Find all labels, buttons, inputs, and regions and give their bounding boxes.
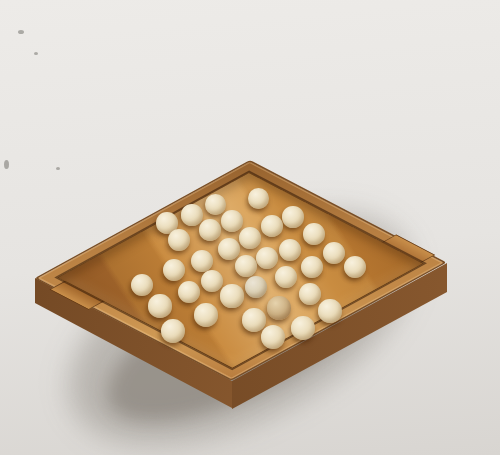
- peg-ball-c3r1[interactable]: [199, 219, 221, 241]
- peg-ball-c3r5[interactable]: [267, 296, 290, 319]
- photo-background: [0, 0, 500, 455]
- peg-ball-spare-top-corner[interactable]: [248, 188, 269, 209]
- peg-ball-c4r3[interactable]: [256, 247, 278, 269]
- peg-ball-c6r3[interactable]: [303, 223, 325, 245]
- peg-ball-c4r0[interactable]: [205, 194, 226, 215]
- photo-speck: [34, 52, 38, 55]
- peg-ball-c2r2[interactable]: [191, 250, 213, 272]
- peg-ball-c5r3[interactable]: [279, 239, 301, 261]
- peg-ball-c4r1[interactable]: [221, 210, 242, 231]
- peg-ball-c1r4[interactable]: [194, 303, 217, 326]
- peg-ball-c3r0[interactable]: [181, 204, 202, 225]
- peg-ball-c3r2[interactable]: [218, 238, 240, 260]
- peg-ball-c4r6[interactable]: [318, 299, 341, 322]
- peg-ball-c2r5[interactable]: [242, 308, 266, 332]
- peg-ball-c6r2[interactable]: [282, 206, 303, 227]
- peg-ball-c0r3[interactable]: [148, 294, 171, 317]
- peg-ball-c2r1[interactable]: [168, 229, 190, 251]
- photo-speck: [56, 167, 60, 170]
- peg-ball-c0r4[interactable]: [161, 319, 185, 343]
- peg-ball-c5r2[interactable]: [261, 215, 282, 236]
- peg-ball-c4r2[interactable]: [239, 227, 261, 249]
- peg-ball-c2r6[interactable]: [261, 325, 285, 349]
- peg-ball-c3r6[interactable]: [291, 316, 315, 340]
- photo-speck: [4, 160, 9, 169]
- photo-speck: [18, 30, 24, 34]
- peg-ball-c6r4[interactable]: [323, 242, 345, 264]
- peg-ball-c2r4[interactable]: [220, 284, 243, 307]
